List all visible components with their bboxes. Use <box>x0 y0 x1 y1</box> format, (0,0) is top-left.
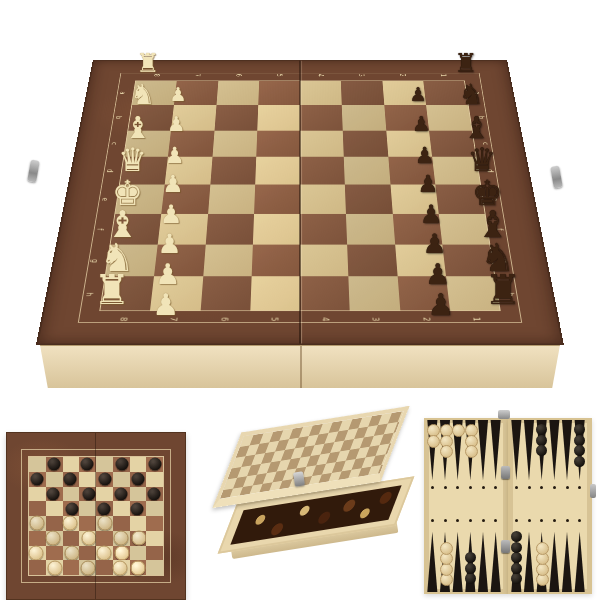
coordinate-label: 4 <box>316 74 324 77</box>
point-dot <box>469 486 472 489</box>
chess-square <box>171 105 216 130</box>
checkers-square <box>113 531 130 546</box>
checkers-square <box>63 457 80 472</box>
chess-square <box>254 185 300 214</box>
checkers-square <box>146 472 163 487</box>
backgammon-point <box>561 530 573 592</box>
chess-square <box>386 130 432 156</box>
black-backgammon-checker <box>536 445 547 456</box>
backgammon-point <box>548 420 560 482</box>
backgammon-point <box>548 530 560 592</box>
checkers-square <box>113 560 130 575</box>
point-dot <box>494 486 497 489</box>
coordinate-label: 4 <box>320 317 330 321</box>
point-dot <box>431 486 434 489</box>
checkers-square <box>29 487 46 502</box>
black-checker <box>115 487 128 500</box>
folded-box-thumbnail <box>196 400 406 600</box>
chess-square <box>442 244 494 276</box>
point-dot <box>515 519 518 522</box>
backgammon-thumbnail <box>418 408 596 598</box>
point-dot <box>431 519 434 522</box>
black-backgammon-checker <box>536 435 547 446</box>
checkers-square <box>113 487 130 502</box>
checkers-square <box>113 501 130 516</box>
checkers-square <box>96 472 113 487</box>
coordinate-label: g <box>500 259 510 263</box>
white-checker <box>114 531 129 546</box>
checkers-square <box>46 457 63 472</box>
metal-clasp-left-icon <box>27 159 40 182</box>
checkers-square <box>113 546 130 561</box>
point-dot <box>566 486 569 489</box>
checkers-square <box>29 472 46 487</box>
backgammon-point <box>426 530 438 592</box>
coordinate-label: c <box>481 142 490 145</box>
chess-square <box>346 214 395 245</box>
point-dot <box>528 486 531 489</box>
checkers-square <box>63 472 80 487</box>
black-backgammon-checker <box>511 563 522 574</box>
backgammon-point <box>490 420 502 482</box>
point-dot <box>515 486 518 489</box>
chess-square <box>255 157 300 185</box>
checkers-square <box>146 457 163 472</box>
chess-square <box>214 105 258 130</box>
point-dot <box>553 486 556 489</box>
point-dot <box>540 486 543 489</box>
black-checker <box>131 473 144 486</box>
black-checker <box>82 487 95 500</box>
point-dot <box>444 486 447 489</box>
chess-square <box>300 214 347 245</box>
black-backgammon-checker <box>511 542 522 553</box>
checkers-square <box>63 531 80 546</box>
checkers-square <box>79 560 96 575</box>
chess-square <box>158 214 208 245</box>
chess-square <box>200 276 251 310</box>
metal-clasp-right-icon <box>550 165 563 188</box>
chess-square <box>388 157 435 185</box>
chess-square <box>397 276 450 310</box>
checkers-square <box>96 487 113 502</box>
checkers-square <box>46 487 63 502</box>
black-backgammon-checker <box>574 456 585 467</box>
checkers-thumbnail <box>6 432 186 600</box>
checkers-square <box>29 516 46 531</box>
checkers-square <box>96 457 113 472</box>
chess-square <box>429 130 476 156</box>
backgammon-point <box>561 420 573 482</box>
wood-backgammon-checker <box>465 445 478 458</box>
black-checker <box>130 502 143 515</box>
point-dot <box>482 519 485 522</box>
checkers-square <box>46 472 63 487</box>
checkers-square <box>96 531 113 546</box>
checkers-square <box>63 501 80 516</box>
coordinate-label: 5 <box>270 317 280 321</box>
checkers-square <box>96 560 113 575</box>
chess-square <box>300 244 349 276</box>
checkers-square <box>113 516 130 531</box>
black-checker <box>31 473 44 486</box>
chess-square <box>300 157 345 185</box>
backgammon-point <box>452 530 464 592</box>
checkers-square <box>96 501 113 516</box>
chess-square <box>174 81 218 105</box>
coordinate-label: 6 <box>234 74 242 77</box>
checkers-square <box>146 516 163 531</box>
black-backgammon-checker <box>574 435 585 446</box>
backgammon-point <box>477 420 489 482</box>
checkers-square <box>46 516 63 531</box>
chess-board-surface: 8765432187654321abcdefghabcdefgh <box>36 60 564 345</box>
backgammon-point <box>510 420 522 482</box>
point-dot <box>444 519 447 522</box>
chess-square <box>384 105 429 130</box>
point-dot <box>566 519 569 522</box>
chess-square <box>300 185 346 214</box>
chess-square <box>390 185 438 214</box>
black-backgammon-checker <box>574 445 585 456</box>
black-checker <box>98 502 111 515</box>
chess-square <box>208 185 255 214</box>
checkers-square <box>29 531 46 546</box>
board-side-edge <box>40 345 560 388</box>
black-backgammon-checker <box>465 573 476 584</box>
chess-square <box>128 105 174 130</box>
chess-square <box>300 105 343 130</box>
coordinate-label: b <box>477 116 486 119</box>
chess-square <box>251 244 300 276</box>
hinge-icon <box>501 540 510 553</box>
coordinate-label: h <box>505 292 515 296</box>
point-dot <box>456 486 459 489</box>
checkers-square <box>130 457 147 472</box>
chess-square <box>426 105 472 130</box>
checkers-square <box>130 487 147 502</box>
coordinate-label: 8 <box>118 317 128 321</box>
checkers-square <box>46 531 63 546</box>
chess-square <box>343 130 388 156</box>
checkers-square <box>79 531 96 546</box>
coordinate-label: 2 <box>421 317 431 321</box>
chess-square <box>344 157 390 185</box>
white-checker <box>113 560 128 575</box>
white-checker <box>48 560 63 575</box>
coordinate-label: 1 <box>439 74 447 77</box>
checkers-square <box>130 560 147 575</box>
black-backgammon-checker <box>465 563 476 574</box>
white-checker <box>62 516 77 531</box>
chess-square <box>124 130 171 156</box>
checkers-fold-line <box>95 433 96 599</box>
chess-square <box>212 130 257 156</box>
checkers-square <box>79 457 96 472</box>
checkers-square <box>63 516 80 531</box>
backgammon-point <box>523 420 535 482</box>
black-backgammon-checker <box>511 573 522 584</box>
chess-square <box>115 185 165 214</box>
chess-square <box>205 214 254 245</box>
white-checker <box>115 545 130 560</box>
chess-square <box>349 276 400 310</box>
black-checker <box>80 458 93 471</box>
black-checker <box>148 458 161 471</box>
black-checker <box>99 473 112 486</box>
checkers-square <box>113 457 130 472</box>
coordinate-label: e <box>100 197 109 200</box>
coordinate-label: a <box>119 91 128 94</box>
checkers-square <box>29 457 46 472</box>
wood-backgammon-checker <box>440 542 453 555</box>
chess-square <box>341 81 384 105</box>
point-dot <box>540 519 543 522</box>
checkers-square <box>63 560 80 575</box>
checkers-square <box>146 487 163 502</box>
coordinate-label: d <box>485 169 494 172</box>
black-checker <box>65 502 78 515</box>
chess-square <box>150 276 203 310</box>
white-checker <box>29 545 44 560</box>
white-checker <box>46 531 61 546</box>
backgammon-point <box>490 530 502 592</box>
product-photo-canvas: 8765432187654321abcdefghabcdefgh ♜♞♝♛♚♝♞… <box>0 0 600 600</box>
chess-square <box>250 276 300 310</box>
backgammon-right-panel <box>508 418 592 594</box>
backgammon-point <box>523 530 535 592</box>
coordinate-label: 8 <box>152 74 160 77</box>
checkers-square <box>63 546 80 561</box>
checkers-square <box>29 546 46 561</box>
wood-backgammon-checker <box>536 542 549 555</box>
chess-square <box>168 130 214 156</box>
chess-square <box>111 214 162 245</box>
coordinate-label: 5 <box>275 74 283 77</box>
backgammon-left-panel <box>424 418 508 594</box>
point-dot <box>528 519 531 522</box>
checkers-grid <box>28 456 164 576</box>
checkers-square <box>130 472 147 487</box>
chess-square <box>162 185 210 214</box>
chess-square <box>395 244 446 276</box>
chess-square <box>300 81 342 105</box>
black-checker <box>116 458 129 471</box>
black-backgammon-checker <box>465 552 476 563</box>
checkers-square <box>46 560 63 575</box>
side-split-line <box>300 346 302 388</box>
chess-square <box>132 81 177 105</box>
coordinate-label: g <box>90 259 100 263</box>
wood-backgammon-checker <box>440 445 453 458</box>
chess-square <box>392 214 442 245</box>
chess-square <box>423 81 468 105</box>
board-fold-line <box>299 61 301 344</box>
coordinate-label: d <box>105 169 114 172</box>
coordinate-label: 3 <box>357 74 365 77</box>
point-dot <box>578 519 581 522</box>
white-checker <box>81 531 96 546</box>
white-checker <box>98 516 113 531</box>
chess-square <box>446 276 500 310</box>
checkers-square <box>29 501 46 516</box>
wood-backgammon-checker <box>427 435 440 448</box>
point-dot <box>456 519 459 522</box>
chess-square <box>432 157 480 185</box>
checkers-square <box>79 501 96 516</box>
black-backgammon-checker <box>511 552 522 563</box>
coordinate-label: 6 <box>219 317 229 321</box>
chess-square <box>257 105 300 130</box>
coordinate-label: f <box>495 228 504 230</box>
chess-square <box>382 81 426 105</box>
chess-square <box>347 244 397 276</box>
white-checker <box>80 560 95 575</box>
checkers-square <box>96 516 113 531</box>
chess-square <box>210 157 256 185</box>
coordinate-label: 7 <box>193 74 201 77</box>
checkers-square <box>146 546 163 561</box>
chess-square <box>100 276 154 310</box>
coordinate-label: f <box>95 228 104 230</box>
chess-square <box>438 214 489 245</box>
chess-square <box>165 157 212 185</box>
chess-square <box>216 81 259 105</box>
black-backgammon-checker <box>511 531 522 542</box>
coordinate-label: 3 <box>371 317 381 321</box>
checkers-square <box>130 531 147 546</box>
point-dot <box>553 519 556 522</box>
chess-square <box>300 276 350 310</box>
checkers-square <box>79 472 96 487</box>
point-dot <box>469 519 472 522</box>
coordinate-label: 1 <box>472 317 482 321</box>
black-checker <box>147 487 160 500</box>
white-checker <box>97 545 112 560</box>
box-clasp-icon <box>293 471 305 486</box>
checkers-square <box>146 531 163 546</box>
checkers-square <box>113 472 130 487</box>
black-checker <box>48 458 61 471</box>
point-dot <box>482 486 485 489</box>
chess-square <box>154 244 205 276</box>
checkers-square <box>29 560 46 575</box>
white-checker <box>130 560 145 575</box>
chess-square <box>120 157 168 185</box>
chess-square <box>258 81 300 105</box>
checkers-square <box>130 501 147 516</box>
checkers-square <box>79 487 96 502</box>
wood-backgammon-checker <box>452 424 465 437</box>
checkers-square <box>79 516 96 531</box>
checkers-square <box>46 501 63 516</box>
white-checker <box>30 516 45 531</box>
checkers-square <box>79 546 96 561</box>
black-checker <box>63 473 76 486</box>
coordinate-label: 7 <box>169 317 179 321</box>
chess-square <box>256 130 300 156</box>
coordinate-label: c <box>110 142 119 145</box>
checkers-square <box>63 487 80 502</box>
chess-square <box>435 185 485 214</box>
chess-square <box>342 105 386 130</box>
chess-square <box>253 214 300 245</box>
coordinate-label: 2 <box>398 74 406 77</box>
hinge-icon <box>501 466 510 479</box>
coordinate-label: h <box>84 292 94 296</box>
chess-square <box>203 244 253 276</box>
point-dot <box>578 486 581 489</box>
point-dot <box>494 519 497 522</box>
latch-icon <box>498 410 510 419</box>
checkers-square <box>96 546 113 561</box>
checkers-square <box>130 516 147 531</box>
chess-square <box>300 130 344 156</box>
checkers-square <box>130 546 147 561</box>
checkers-square <box>146 560 163 575</box>
chess-square <box>345 185 392 214</box>
checkers-square <box>46 546 63 561</box>
chess-square <box>106 244 158 276</box>
coordinate-label: e <box>490 197 499 200</box>
checkers-square <box>146 501 163 516</box>
backgammon-point <box>574 530 586 592</box>
coordinate-label: a <box>473 91 482 94</box>
white-checker <box>131 531 146 546</box>
backgammon-point <box>477 530 489 592</box>
backgammon-clasp-icon <box>590 484 596 498</box>
black-checker <box>47 487 60 500</box>
coordinate-label: b <box>114 116 123 119</box>
white-checker <box>64 545 79 560</box>
